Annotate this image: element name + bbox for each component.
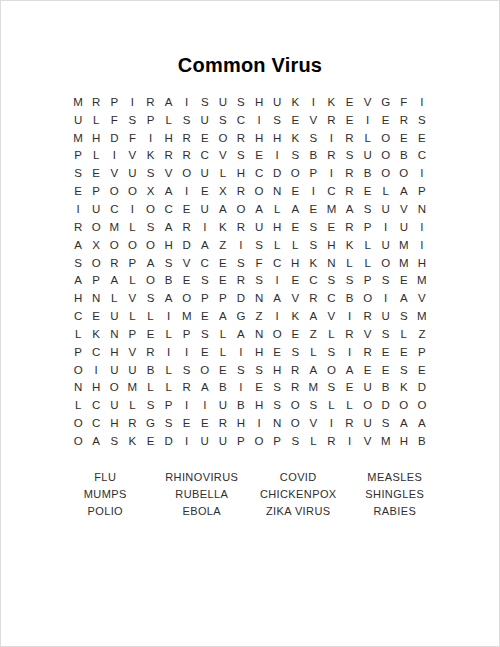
grid-cell-r2c9: S <box>214 111 232 129</box>
grid-cell-r10c1: S <box>69 254 87 272</box>
grid-cell-r16c14: A <box>304 361 322 379</box>
grid-cell-r19c14: V <box>304 414 322 432</box>
grid-cell-r11c17: P <box>359 271 377 289</box>
grid-cell-r6c10: R <box>232 182 250 200</box>
grid-cell-r16c6: L <box>160 361 178 379</box>
grid-cell-r19c7: E <box>178 414 196 432</box>
grid-cell-r18c16: L <box>340 396 358 414</box>
grid-cell-r4c8: C <box>196 147 214 165</box>
grid-cell-r5c15: I <box>322 164 340 182</box>
grid-cell-r10c16: L <box>340 254 358 272</box>
grid-cell-r3c5: I <box>141 129 159 147</box>
grid-cell-r9c5: O <box>141 236 159 254</box>
grid-cell-r15c16: I <box>340 343 358 361</box>
grid-cell-r2c14: V <box>304 111 322 129</box>
grid-cell-r5c2: E <box>87 164 105 182</box>
grid-cell-r5c9: L <box>214 164 232 182</box>
grid-cell-r11c9: E <box>214 271 232 289</box>
grid-cell-r4c12: I <box>268 147 286 165</box>
grid-cell-r14c13: E <box>286 325 304 343</box>
grid-cell-r15c2: C <box>87 343 105 361</box>
grid-cell-r7c7: E <box>178 200 196 218</box>
grid-cell-r20c16: I <box>340 432 358 450</box>
grid-cell-r14c1: L <box>69 325 87 343</box>
grid-cell-r1c15: K <box>322 93 340 111</box>
grid-cell-r20c19: H <box>395 432 413 450</box>
grid-cell-r13c12: I <box>268 307 286 325</box>
grid-cell-r12c18: I <box>377 289 395 307</box>
grid-cell-r2c16: E <box>340 111 358 129</box>
grid-cell-r17c10: I <box>232 379 250 397</box>
grid-cell-r17c1: N <box>69 379 87 397</box>
grid-cell-r4c6: R <box>160 147 178 165</box>
grid-cell-r7c15: M <box>322 200 340 218</box>
grid-cell-r6c19: A <box>395 182 413 200</box>
grid-cell-r15c5: R <box>141 343 159 361</box>
word-covid: COVID <box>250 471 347 488</box>
grid-cell-r14c4: P <box>123 325 141 343</box>
grid-cell-r11c4: L <box>123 271 141 289</box>
grid-cell-r20c9: U <box>214 432 232 450</box>
grid-cell-r20c10: P <box>232 432 250 450</box>
grid-cell-r15c14: L <box>304 343 322 361</box>
grid-cell-r20c5: E <box>141 432 159 450</box>
grid-cell-r20c2: A <box>87 432 105 450</box>
grid-cell-r7c12: L <box>268 200 286 218</box>
grid-cell-r15c17: R <box>359 343 377 361</box>
grid-cell-r5c6: V <box>160 164 178 182</box>
grid-cell-r1c6: A <box>160 93 178 111</box>
grid-cell-r7c18: U <box>377 200 395 218</box>
grid-cell-r3c17: L <box>359 129 377 147</box>
grid-cell-r18c12: S <box>268 396 286 414</box>
grid-cell-r11c3: A <box>105 271 123 289</box>
grid-cell-r15c15: S <box>322 343 340 361</box>
grid-cell-r13c18: U <box>377 307 395 325</box>
grid-cell-r1c10: S <box>232 93 250 111</box>
grid-cell-r14c15: L <box>322 325 340 343</box>
grid-cell-r2c10: C <box>232 111 250 129</box>
grid-cell-r17c14: M <box>304 379 322 397</box>
grid-cell-r18c8: I <box>196 396 214 414</box>
grid-cell-r7c19: V <box>395 200 413 218</box>
grid-cell-r9c11: S <box>250 236 268 254</box>
grid-cell-r7c4: I <box>123 200 141 218</box>
grid-cell-r10c6: S <box>160 254 178 272</box>
grid-cell-r3c12: H <box>268 129 286 147</box>
grid-cell-r8c11: U <box>250 218 268 236</box>
grid-cell-r2c13: E <box>286 111 304 129</box>
grid-cell-r12c6: A <box>160 289 178 307</box>
grid-cell-r16c4: U <box>123 361 141 379</box>
grid-cell-r14c11: N <box>250 325 268 343</box>
word-rabies: RABIES <box>347 505 444 522</box>
grid-cell-r19c3: H <box>105 414 123 432</box>
word-zika-virus: ZIKA VIRUS <box>250 505 347 522</box>
grid-cell-r6c13: E <box>286 182 304 200</box>
grid-cell-r1c7: I <box>178 93 196 111</box>
grid-cell-r10c10: S <box>232 254 250 272</box>
grid-cell-r4c17: U <box>359 147 377 165</box>
grid-cell-r8c12: H <box>268 218 286 236</box>
grid-cell-r17c8: A <box>196 379 214 397</box>
grid-cell-r13c8: E <box>196 307 214 325</box>
word-polio: POLIO <box>57 505 154 522</box>
grid-cell-r16c19: S <box>395 361 413 379</box>
grid-cell-r9c13: L <box>286 236 304 254</box>
grid-cell-r13c17: R <box>359 307 377 325</box>
grid-cell-r13c11: Z <box>250 307 268 325</box>
grid-cell-r1c19: F <box>395 93 413 111</box>
grid-cell-r8c16: R <box>340 218 358 236</box>
grid-cell-r10c2: O <box>87 254 105 272</box>
puzzle-title: Common Virus <box>1 54 499 77</box>
grid-cell-r11c18: S <box>377 271 395 289</box>
grid-cell-r7c11: A <box>250 200 268 218</box>
grid-cell-r9c19: M <box>395 236 413 254</box>
grid-cell-r5c10: H <box>232 164 250 182</box>
grid-cell-r20c4: K <box>123 432 141 450</box>
grid-cell-r17c4: M <box>123 379 141 397</box>
grid-cell-r11c8: S <box>196 271 214 289</box>
grid-cell-r10c7: V <box>178 254 196 272</box>
grid-cell-r1c16: E <box>340 93 358 111</box>
grid-cell-r14c8: S <box>196 325 214 343</box>
grid-cell-r15c13: S <box>286 343 304 361</box>
grid-cell-r6c20: P <box>413 182 431 200</box>
word-shingles: SHINGLES <box>347 488 444 505</box>
grid-cell-r17c15: S <box>322 379 340 397</box>
grid-cell-r14c9: L <box>214 325 232 343</box>
grid-cell-r18c9: U <box>214 396 232 414</box>
grid-cell-r14c18: S <box>377 325 395 343</box>
grid-cell-r20c3: S <box>105 432 123 450</box>
grid-cell-r1c18: G <box>377 93 395 111</box>
grid-cell-r19c6: S <box>160 414 178 432</box>
grid-cell-r9c3: O <box>105 236 123 254</box>
grid-cell-r19c15: I <box>322 414 340 432</box>
grid-cell-r17c6: L <box>160 379 178 397</box>
grid-cell-r8c14: S <box>304 218 322 236</box>
grid-cell-r20c1: O <box>69 432 87 450</box>
grid-cell-r20c6: D <box>160 432 178 450</box>
grid-cell-r8c3: M <box>105 218 123 236</box>
grid-cell-r7c13: A <box>286 200 304 218</box>
grid-cell-r15c10: I <box>232 343 250 361</box>
grid-cell-r12c1: H <box>69 289 87 307</box>
grid-cell-r2c2: L <box>87 111 105 129</box>
grid-cell-r8c20: I <box>413 218 431 236</box>
grid-cell-r14c16: R <box>340 325 358 343</box>
grid-cell-r7c14: E <box>304 200 322 218</box>
grid-cell-r17c17: U <box>359 379 377 397</box>
grid-cell-r16c11: S <box>250 361 268 379</box>
grid-cell-r3c15: I <box>322 129 340 147</box>
grid-cell-r16c10: S <box>232 361 250 379</box>
grid-cell-r2c1: U <box>69 111 87 129</box>
grid-cell-r2c20: S <box>413 111 431 129</box>
grid-cell-r7c17: S <box>359 200 377 218</box>
grid-cell-r6c14: I <box>304 182 322 200</box>
grid-cell-r10c8: C <box>196 254 214 272</box>
grid-cell-r17c2: H <box>87 379 105 397</box>
word-mumps: MUMPS <box>57 488 154 505</box>
grid-cell-r10c4: P <box>123 254 141 272</box>
grid-cell-r5c11: C <box>250 164 268 182</box>
grid-cell-r4c3: I <box>105 147 123 165</box>
grid-cell-r15c8: E <box>196 343 214 361</box>
grid-cell-r9c20: I <box>413 236 431 254</box>
grid-cell-r18c7: I <box>178 396 196 414</box>
grid-cell-r14c12: O <box>268 325 286 343</box>
grid-cell-r12c16: B <box>340 289 358 307</box>
grid-cell-r16c5: B <box>141 361 159 379</box>
word-measles: MEASLES <box>347 471 444 488</box>
grid-cell-r6c16: R <box>340 182 358 200</box>
grid-cell-r11c19: E <box>395 271 413 289</box>
grid-cell-r9c12: L <box>268 236 286 254</box>
grid-cell-r12c13: V <box>286 289 304 307</box>
grid-cell-r13c1: C <box>69 307 87 325</box>
grid-cell-r1c4: I <box>123 93 141 111</box>
grid-cell-r12c9: P <box>214 289 232 307</box>
grid-cell-r7c2: U <box>87 200 105 218</box>
grid-cell-r20c20: B <box>413 432 431 450</box>
grid-cell-r2c5: P <box>141 111 159 129</box>
grid-cell-r4c7: R <box>178 147 196 165</box>
grid-cell-r4c10: S <box>232 147 250 165</box>
puzzle-page: Common Virus MRPIRAISUSHUKIKEVGFIULFSPLS… <box>0 0 500 647</box>
grid-cell-r8c19: U <box>395 218 413 236</box>
grid-cell-r4c14: B <box>304 147 322 165</box>
grid-cell-r20c7: I <box>178 432 196 450</box>
grid-cell-r14c10: A <box>232 325 250 343</box>
grid-cell-r1c2: R <box>87 93 105 111</box>
grid-cell-r3c1: M <box>69 129 87 147</box>
grid-cell-r15c3: H <box>105 343 123 361</box>
grid-cell-r11c14: C <box>304 271 322 289</box>
grid-cell-r3c19: E <box>395 129 413 147</box>
grid-cell-r4c9: V <box>214 147 232 165</box>
grid-cell-r18c19: O <box>395 396 413 414</box>
grid-cell-r14c19: L <box>395 325 413 343</box>
grid-cell-r10c15: N <box>322 254 340 272</box>
grid-cell-r18c18: D <box>377 396 395 414</box>
grid-cell-r16c3: U <box>105 361 123 379</box>
grid-cell-r6c7: I <box>178 182 196 200</box>
grid-cell-r10c19: M <box>395 254 413 272</box>
grid-cell-r2c15: R <box>322 111 340 129</box>
grid-cell-r15c20: P <box>413 343 431 361</box>
grid-cell-r15c6: I <box>160 343 178 361</box>
grid-cell-r16c16: A <box>340 361 358 379</box>
grid-cell-r13c13: K <box>286 307 304 325</box>
grid-cell-r15c1: P <box>69 343 87 361</box>
grid-cell-r20c15: R <box>322 432 340 450</box>
grid-cell-r1c11: H <box>250 93 268 111</box>
grid-cell-r19c17: U <box>359 414 377 432</box>
grid-cell-r11c5: O <box>141 271 159 289</box>
grid-cell-r16c2: I <box>87 361 105 379</box>
grid-cell-r5c5: S <box>141 164 159 182</box>
grid-cell-r19c9: R <box>214 414 232 432</box>
word-list: FLURHINOVIRUSCOVIDMEASLESMUMPSRUBELLACHI… <box>57 471 443 522</box>
grid-cell-r1c1: M <box>69 93 87 111</box>
grid-cell-r19c11: I <box>250 414 268 432</box>
grid-cell-r8c17: P <box>359 218 377 236</box>
grid-cell-r2c6: L <box>160 111 178 129</box>
grid-cell-r8c9: K <box>214 218 232 236</box>
grid-cell-r8c15: E <box>322 218 340 236</box>
grid-cell-r16c9: E <box>214 361 232 379</box>
grid-cell-r19c13: O <box>286 414 304 432</box>
grid-cell-r18c1: L <box>69 396 87 414</box>
grid-cell-r2c8: U <box>196 111 214 129</box>
grid-cell-r9c14: S <box>304 236 322 254</box>
grid-cell-r12c11: N <box>250 289 268 307</box>
grid-cell-r3c4: F <box>123 129 141 147</box>
grid-cell-r8c18: I <box>377 218 395 236</box>
grid-cell-r6c17: E <box>359 182 377 200</box>
grid-cell-r13c6: I <box>160 307 178 325</box>
grid-cell-r1c5: R <box>141 93 159 111</box>
grid-cell-r3c18: O <box>377 129 395 147</box>
grid-cell-r16c7: S <box>178 361 196 379</box>
grid-cell-r7c10: O <box>232 200 250 218</box>
grid-cell-r15c9: L <box>214 343 232 361</box>
grid-cell-r13c10: G <box>232 307 250 325</box>
grid-cell-r11c20: M <box>413 271 431 289</box>
grid-cell-r20c14: L <box>304 432 322 450</box>
word-rubella: RUBELLA <box>154 488 251 505</box>
grid-cell-r20c13: S <box>286 432 304 450</box>
grid-cell-r15c12: E <box>268 343 286 361</box>
grid-cell-r18c4: L <box>123 396 141 414</box>
grid-cell-r5c12: D <box>268 164 286 182</box>
grid-cell-r11c2: P <box>87 271 105 289</box>
grid-cell-r8c13: E <box>286 218 304 236</box>
grid-cell-r7c5: O <box>141 200 159 218</box>
grid-cell-r5c18: O <box>377 164 395 182</box>
word-chickenpox: CHICKENPOX <box>250 488 347 505</box>
grid-cell-r1c9: U <box>214 93 232 111</box>
grid-cell-r4c15: R <box>322 147 340 165</box>
grid-cell-r16c18: E <box>377 361 395 379</box>
grid-cell-r2c3: F <box>105 111 123 129</box>
grid-cell-r11c7: E <box>178 271 196 289</box>
grid-cell-r4c5: K <box>141 147 159 165</box>
grid-cell-r19c18: S <box>377 414 395 432</box>
grid-cell-r19c1: O <box>69 414 87 432</box>
grid-cell-r10c13: H <box>286 254 304 272</box>
grid-cell-r8c5: S <box>141 218 159 236</box>
word-ebola: EBOLA <box>154 505 251 522</box>
grid-cell-r12c19: A <box>395 289 413 307</box>
grid-cell-r17c13: R <box>286 379 304 397</box>
grid-cell-r6c12: N <box>268 182 286 200</box>
grid-cell-r16c12: H <box>268 361 286 379</box>
grid-cell-r7c8: U <box>196 200 214 218</box>
grid-cell-r19c19: A <box>395 414 413 432</box>
grid-cell-r13c2: E <box>87 307 105 325</box>
grid-cell-r7c3: C <box>105 200 123 218</box>
grid-cell-r1c12: U <box>268 93 286 111</box>
grid-cell-r13c20: M <box>413 307 431 325</box>
grid-cell-r8c2: O <box>87 218 105 236</box>
grid-cell-r9c17: L <box>359 236 377 254</box>
grid-cell-r19c8: E <box>196 414 214 432</box>
grid-cell-r19c12: N <box>268 414 286 432</box>
grid-cell-r19c16: R <box>340 414 358 432</box>
grid-cell-r3c14: S <box>304 129 322 147</box>
grid-cell-r18c13: O <box>286 396 304 414</box>
grid-cell-r10c9: E <box>214 254 232 272</box>
grid-cell-r8c6: A <box>160 218 178 236</box>
grid-cell-r15c19: E <box>395 343 413 361</box>
grid-cell-r15c4: V <box>123 343 141 361</box>
grid-cell-r5c3: V <box>105 164 123 182</box>
grid-cell-r15c18: E <box>377 343 395 361</box>
grid-cell-r16c1: O <box>69 361 87 379</box>
grid-cell-r6c8: E <box>196 182 214 200</box>
grid-cell-r8c1: R <box>69 218 87 236</box>
grid-cell-r12c20: V <box>413 289 431 307</box>
grid-cell-r1c14: I <box>304 93 322 111</box>
grid-cell-r3c16: R <box>340 129 358 147</box>
grid-cell-r5c14: P <box>304 164 322 182</box>
grid-cell-r18c20: O <box>413 396 431 414</box>
grid-cell-r6c4: O <box>123 182 141 200</box>
grid-cell-r9c1: A <box>69 236 87 254</box>
grid-cell-r12c10: D <box>232 289 250 307</box>
grid-cell-r6c2: P <box>87 182 105 200</box>
grid-cell-r19c4: R <box>123 414 141 432</box>
grid-cell-r9c10: I <box>232 236 250 254</box>
grid-cell-r12c7: O <box>178 289 196 307</box>
grid-cell-r2c12: S <box>268 111 286 129</box>
grid-cell-r7c16: A <box>340 200 358 218</box>
grid-cell-r10c18: O <box>377 254 395 272</box>
grid-cell-r2c19: R <box>395 111 413 129</box>
grid-cell-r2c4: S <box>123 111 141 129</box>
grid-cell-r13c15: V <box>322 307 340 325</box>
grid-cell-r20c11: O <box>250 432 268 450</box>
grid-cell-r13c7: M <box>178 307 196 325</box>
grid-cell-r8c10: R <box>232 218 250 236</box>
grid-cell-r14c5: E <box>141 325 159 343</box>
grid-cell-r17c3: O <box>105 379 123 397</box>
grid-cell-r7c20: N <box>413 200 431 218</box>
grid-cell-r18c2: C <box>87 396 105 414</box>
grid-cell-r6c9: X <box>214 182 232 200</box>
grid-cell-r11c15: S <box>322 271 340 289</box>
grid-cell-r10c17: L <box>359 254 377 272</box>
grid-cell-r11c13: E <box>286 271 304 289</box>
grid-cell-r6c6: A <box>160 182 178 200</box>
grid-cell-r11c10: R <box>232 271 250 289</box>
grid-cell-r13c19: S <box>395 307 413 325</box>
grid-cell-r3c11: H <box>250 129 268 147</box>
grid-cell-r5c17: B <box>359 164 377 182</box>
grid-cell-r10c20: H <box>413 254 431 272</box>
grid-cell-r5c4: U <box>123 164 141 182</box>
grid-cell-r5c7: O <box>178 164 196 182</box>
grid-cell-r9c15: H <box>322 236 340 254</box>
grid-cell-r9c6: H <box>160 236 178 254</box>
grid-cell-r19c5: G <box>141 414 159 432</box>
grid-cell-r12c17: O <box>359 289 377 307</box>
grid-cell-r13c4: L <box>123 307 141 325</box>
